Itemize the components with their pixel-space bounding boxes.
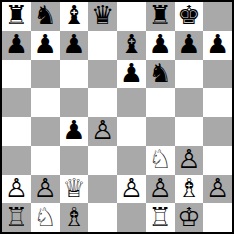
square-b5[interactable] — [31, 88, 60, 117]
piece-black-queen: ♛ — [91, 2, 114, 28]
square-g8[interactable]: ♚ — [175, 2, 204, 31]
piece-black-knight: ♞ — [148, 60, 171, 86]
square-a7[interactable]: ♟ — [2, 31, 31, 60]
piece-black-king: ♚ — [177, 2, 200, 28]
square-h5[interactable] — [203, 88, 232, 117]
square-f5[interactable] — [146, 88, 175, 117]
piece-black-pawn: ♟ — [177, 31, 200, 57]
square-f7[interactable]: ♟ — [146, 31, 175, 60]
square-g7[interactable]: ♟ — [175, 31, 204, 60]
piece-white-pawn: ♙ — [5, 175, 28, 201]
piece-white-pawn: ♙ — [120, 175, 143, 201]
piece-white-pawn: ♙ — [148, 175, 171, 201]
piece-black-pawn: ♟ — [62, 31, 85, 57]
square-a3[interactable] — [2, 146, 31, 175]
square-c1[interactable]: ♗ — [60, 203, 89, 232]
square-b4[interactable] — [31, 117, 60, 146]
square-h7[interactable]: ♟ — [203, 31, 232, 60]
square-c3[interactable] — [60, 146, 89, 175]
piece-black-pawn: ♟ — [62, 117, 85, 143]
square-c6[interactable] — [60, 60, 89, 89]
piece-white-pawn: ♙ — [91, 117, 114, 143]
square-a2[interactable]: ♙ — [2, 175, 31, 204]
piece-black-rook: ♜ — [148, 2, 171, 28]
square-g6[interactable] — [175, 60, 204, 89]
square-h2[interactable]: ♙ — [203, 175, 232, 204]
square-c5[interactable] — [60, 88, 89, 117]
square-a4[interactable] — [2, 117, 31, 146]
square-d5[interactable] — [88, 88, 117, 117]
square-f8[interactable]: ♜ — [146, 2, 175, 31]
square-f3[interactable]: ♘ — [146, 146, 175, 175]
square-b1[interactable]: ♘ — [31, 203, 60, 232]
piece-black-knight: ♞ — [33, 2, 56, 28]
square-f6[interactable]: ♞ — [146, 60, 175, 89]
square-a6[interactable] — [2, 60, 31, 89]
square-d1[interactable] — [88, 203, 117, 232]
square-a5[interactable] — [2, 88, 31, 117]
square-c8[interactable]: ♝ — [60, 2, 89, 31]
piece-white-queen: ♕ — [62, 175, 85, 201]
piece-black-rook: ♜ — [5, 2, 28, 28]
square-g2[interactable]: ♗ — [175, 175, 204, 204]
square-f1[interactable]: ♖ — [146, 203, 175, 232]
square-g3[interactable]: ♙ — [175, 146, 204, 175]
piece-black-bishop: ♝ — [120, 31, 143, 57]
square-f4[interactable] — [146, 117, 175, 146]
square-d3[interactable] — [88, 146, 117, 175]
piece-white-pawn: ♙ — [206, 175, 229, 201]
square-e4[interactable] — [117, 117, 146, 146]
square-c4[interactable]: ♟ — [60, 117, 89, 146]
square-d8[interactable]: ♛ — [88, 2, 117, 31]
square-h6[interactable] — [203, 60, 232, 89]
piece-white-rook: ♖ — [5, 204, 28, 230]
piece-white-knight: ♘ — [33, 204, 56, 230]
square-b3[interactable] — [31, 146, 60, 175]
square-e1[interactable] — [117, 203, 146, 232]
piece-black-pawn: ♟ — [5, 31, 28, 57]
piece-black-pawn: ♟ — [33, 31, 56, 57]
piece-white-pawn: ♙ — [33, 175, 56, 201]
square-e6[interactable]: ♟ — [117, 60, 146, 89]
square-b6[interactable] — [31, 60, 60, 89]
square-g4[interactable] — [175, 117, 204, 146]
square-d6[interactable] — [88, 60, 117, 89]
square-e3[interactable] — [117, 146, 146, 175]
chess-board: ♜♞♝♛♜♚♟♟♟♝♟♟♟♟♞♟♙♘♙♙♙♕♙♙♗♙♖♘♗♖♔ — [0, 0, 234, 234]
piece-white-bishop: ♗ — [177, 175, 200, 201]
square-e5[interactable] — [117, 88, 146, 117]
piece-white-king: ♔ — [177, 204, 200, 230]
piece-white-bishop: ♗ — [62, 204, 85, 230]
square-g5[interactable] — [175, 88, 204, 117]
square-h8[interactable] — [203, 2, 232, 31]
piece-white-knight: ♘ — [148, 146, 171, 172]
square-d2[interactable] — [88, 175, 117, 204]
square-b2[interactable]: ♙ — [31, 175, 60, 204]
piece-white-rook: ♖ — [148, 204, 171, 230]
piece-black-bishop: ♝ — [62, 2, 85, 28]
square-e8[interactable] — [117, 2, 146, 31]
square-d4[interactable]: ♙ — [88, 117, 117, 146]
piece-black-pawn: ♟ — [120, 60, 143, 86]
piece-black-pawn: ♟ — [206, 31, 229, 57]
square-g1[interactable]: ♔ — [175, 203, 204, 232]
piece-white-pawn: ♙ — [177, 146, 200, 172]
square-e7[interactable]: ♝ — [117, 31, 146, 60]
square-c7[interactable]: ♟ — [60, 31, 89, 60]
square-f2[interactable]: ♙ — [146, 175, 175, 204]
square-b7[interactable]: ♟ — [31, 31, 60, 60]
square-e2[interactable]: ♙ — [117, 175, 146, 204]
square-h3[interactable] — [203, 146, 232, 175]
square-c2[interactable]: ♕ — [60, 175, 89, 204]
square-b8[interactable]: ♞ — [31, 2, 60, 31]
square-a1[interactable]: ♖ — [2, 203, 31, 232]
square-h4[interactable] — [203, 117, 232, 146]
square-d7[interactable] — [88, 31, 117, 60]
square-h1[interactable] — [203, 203, 232, 232]
piece-black-pawn: ♟ — [148, 31, 171, 57]
square-a8[interactable]: ♜ — [2, 2, 31, 31]
chess-diagram: ♜♞♝♛♜♚♟♟♟♝♟♟♟♟♞♟♙♘♙♙♙♕♙♙♗♙♖♘♗♖♔ — [0, 0, 234, 234]
